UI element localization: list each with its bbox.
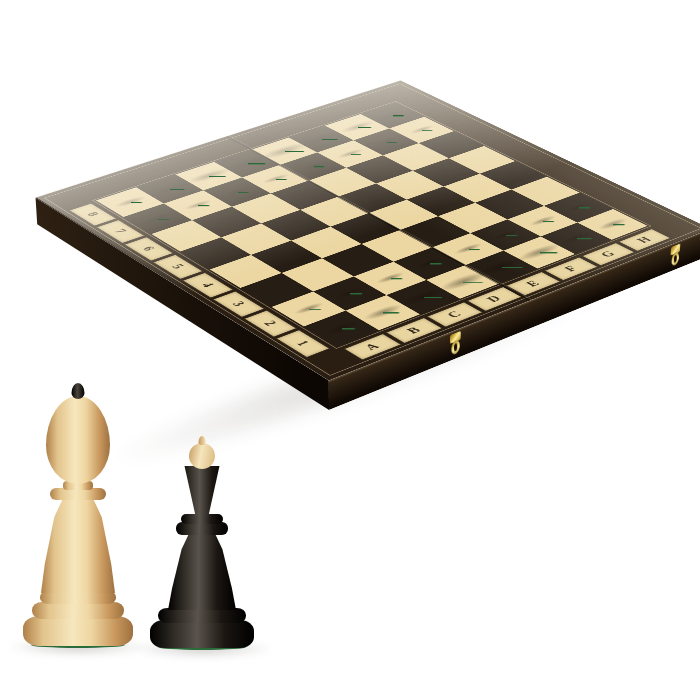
foreground-black-queen xyxy=(146,430,258,650)
file-label-E: E xyxy=(524,279,543,288)
rank-label-3: 3 xyxy=(229,300,247,308)
bishop-black-finial xyxy=(72,383,85,399)
file-label-G: G xyxy=(598,250,617,259)
queen-base xyxy=(158,608,246,623)
file-label-D: D xyxy=(485,294,504,303)
bishop-head xyxy=(46,396,110,484)
rank-label-1: 1 xyxy=(293,339,311,347)
rank-label-2: 2 xyxy=(261,319,279,327)
queen-base xyxy=(150,620,254,648)
queen-finial-tip xyxy=(199,436,206,445)
file-label-A: A xyxy=(362,342,382,352)
file-label-C: C xyxy=(445,310,464,319)
square-a4 xyxy=(210,255,282,288)
queen-body xyxy=(168,532,236,610)
square-a5 xyxy=(180,237,251,269)
file-label-F: F xyxy=(562,265,580,273)
square-c5 xyxy=(261,210,330,241)
brass-clasp-right xyxy=(669,243,681,271)
queen-cream-finial xyxy=(189,443,215,469)
rank-label-7: 7 xyxy=(112,228,129,235)
rank-label-cell: 5 xyxy=(152,254,203,279)
rank-label-cell: 6 xyxy=(124,237,174,261)
brass-clasp-left xyxy=(449,331,462,361)
rook-glyph: ♜ xyxy=(308,260,375,330)
rank-label-6: 6 xyxy=(140,245,157,252)
file-label-B: B xyxy=(404,326,423,335)
rank-label-cell: 4 xyxy=(182,272,234,298)
bishop-base xyxy=(23,616,133,646)
chess-board: 87654321 ABCDEFGH ♜♞♝♛♚♝♞♜♟♟♟♟♟♟♟♟♟♟♟♟♟♟… xyxy=(36,80,700,380)
file-label-H: H xyxy=(635,236,654,245)
rank-label-4: 4 xyxy=(199,281,217,288)
rank-label-8: 8 xyxy=(84,211,101,218)
foreground-white-bishop xyxy=(22,382,134,648)
pawn-glyph: ♟ xyxy=(131,163,185,220)
queen-crown-cup xyxy=(179,466,225,516)
square-a6 xyxy=(151,220,221,251)
rank-label-5: 5 xyxy=(169,263,186,270)
bishop-base xyxy=(32,602,124,619)
bishop-body xyxy=(41,498,115,593)
